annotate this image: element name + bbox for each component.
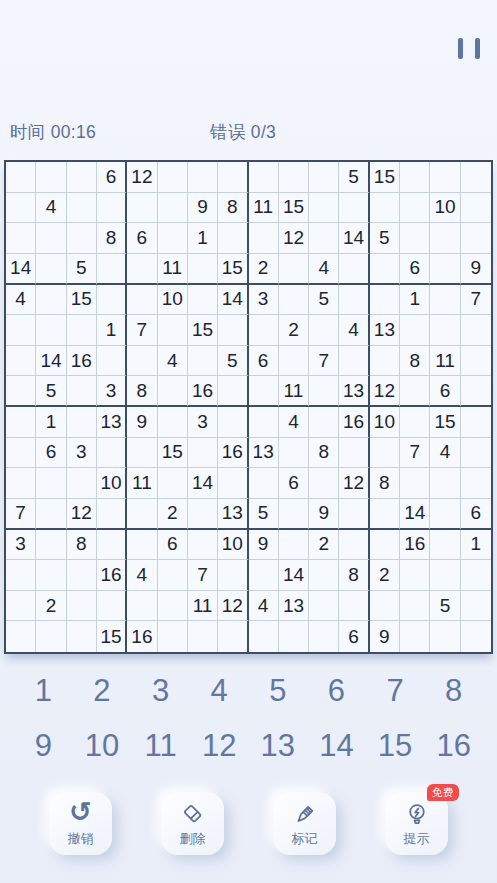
grid-cell[interactable] (36, 285, 66, 316)
grid-cell[interactable] (461, 591, 491, 622)
grid-cell[interactable] (67, 376, 97, 407)
grid-cell[interactable] (279, 438, 309, 469)
grid-cell[interactable]: 2 (279, 315, 309, 346)
grid-cell[interactable]: 10 (158, 285, 188, 316)
grid-cell[interactable]: 8 (97, 223, 127, 254)
grid-cell[interactable]: 4 (249, 591, 279, 622)
grid-cell[interactable] (400, 315, 430, 346)
grid-cell[interactable] (370, 346, 400, 377)
grid-cell[interactable]: 6 (461, 499, 491, 530)
grid-cell[interactable] (309, 376, 339, 407)
grid-cell[interactable] (400, 407, 430, 438)
grid-cell[interactable] (218, 468, 248, 499)
numpad-4[interactable]: 4 (190, 672, 249, 710)
grid-cell[interactable] (6, 376, 36, 407)
grid-cell[interactable] (279, 285, 309, 316)
grid-cell[interactable] (370, 193, 400, 224)
grid-cell[interactable]: 4 (36, 193, 66, 224)
grid-cell[interactable] (309, 223, 339, 254)
grid-cell[interactable] (158, 315, 188, 346)
grid-cell[interactable] (67, 560, 97, 591)
grid-cell[interactable] (158, 193, 188, 224)
grid-cell[interactable] (461, 407, 491, 438)
grid-cell[interactable]: 16 (127, 621, 157, 652)
grid-cell[interactable]: 8 (370, 468, 400, 499)
mark-label: 标记 (292, 830, 318, 848)
grid-cell[interactable] (309, 621, 339, 652)
grid-cell[interactable] (461, 162, 491, 193)
grid-cell[interactable] (6, 591, 36, 622)
grid-cell[interactable]: 7 (188, 560, 218, 591)
grid-cell[interactable] (36, 621, 66, 652)
grid-cell[interactable]: 3 (67, 438, 97, 469)
grid-cell[interactable] (309, 591, 339, 622)
grid-cell[interactable] (36, 560, 66, 591)
grid-cell[interactable] (97, 193, 127, 224)
grid-cell[interactable] (430, 223, 460, 254)
grid-cell[interactable]: 3 (188, 407, 218, 438)
grid-cell[interactable] (309, 315, 339, 346)
numpad-14[interactable]: 14 (307, 727, 366, 765)
grid-cell[interactable] (158, 162, 188, 193)
grid-cell[interactable] (188, 254, 218, 285)
time-label: 时间 (10, 122, 46, 142)
grid-cell[interactable] (461, 193, 491, 224)
grid-cell[interactable]: 15 (279, 193, 309, 224)
grid-cell[interactable] (279, 499, 309, 530)
sudoku-board: 6125154981115108611214514511152469415101… (6, 162, 491, 652)
grid-cell[interactable]: 5 (67, 254, 97, 285)
grid-cell[interactable]: 15 (97, 621, 127, 652)
grid-cell[interactable] (461, 315, 491, 346)
delete-label: 删除 (180, 830, 206, 848)
grid-cell[interactable]: 1 (36, 407, 66, 438)
grid-cell[interactable]: 2 (370, 560, 400, 591)
grid-cell[interactable] (370, 499, 400, 530)
grid-cell[interactable] (370, 591, 400, 622)
grid-cell[interactable]: 4 (309, 254, 339, 285)
grid-cell[interactable]: 10 (430, 193, 460, 224)
grid-cell[interactable] (127, 438, 157, 469)
grid-cell[interactable]: 6 (339, 621, 369, 652)
time-value: 00:16 (51, 122, 96, 142)
grid-cell[interactable] (249, 468, 279, 499)
grid-cell[interactable] (249, 315, 279, 346)
grid-cell[interactable] (67, 315, 97, 346)
grid-cell[interactable] (97, 438, 127, 469)
grid-cell[interactable] (370, 530, 400, 561)
grid-cell[interactable]: 12 (279, 223, 309, 254)
grid-cell[interactable]: 8 (67, 530, 97, 561)
grid-cell[interactable] (279, 254, 309, 285)
grid-cell[interactable]: 16 (97, 560, 127, 591)
grid-cell[interactable] (127, 285, 157, 316)
pause-icon (458, 38, 463, 59)
grid-cell[interactable]: 11 (430, 346, 460, 377)
grid-cell[interactable] (461, 346, 491, 377)
grid-cell[interactable]: 2 (309, 530, 339, 561)
delete-button[interactable]: 删除 (161, 792, 224, 855)
grid-cell[interactable] (430, 560, 460, 591)
grid-cell[interactable]: 16 (339, 407, 369, 438)
numpad-15[interactable]: 15 (366, 727, 425, 765)
grid-cell[interactable] (279, 530, 309, 561)
grid-cell[interactable]: 2 (249, 254, 279, 285)
grid-cell[interactable] (127, 346, 157, 377)
grid-cell[interactable]: 5 (430, 591, 460, 622)
grid-cell[interactable]: 11 (279, 376, 309, 407)
grid-cell[interactable]: 15 (370, 162, 400, 193)
grid-cell[interactable]: 7 (127, 315, 157, 346)
grid-cell[interactable]: 4 (158, 346, 188, 377)
grid-cell[interactable]: 14 (6, 254, 36, 285)
grid-cell[interactable] (309, 560, 339, 591)
pencil-icon (292, 799, 318, 829)
hint-button[interactable]: 免费 提示 (385, 792, 448, 855)
grid-cell[interactable] (400, 621, 430, 652)
grid-cell[interactable]: 16 (188, 376, 218, 407)
grid-cell[interactable] (309, 468, 339, 499)
grid-cell[interactable]: 15 (218, 254, 248, 285)
grid-cell[interactable] (339, 499, 369, 530)
grid-cell[interactable] (400, 162, 430, 193)
grid-cell[interactable] (158, 591, 188, 622)
grid-cell[interactable]: 8 (309, 438, 339, 469)
grid-cell[interactable]: 2 (36, 591, 66, 622)
grid-cell[interactable]: 11 (249, 193, 279, 224)
grid-cell[interactable]: 14 (188, 468, 218, 499)
grid-cell[interactable] (67, 621, 97, 652)
grid-cell[interactable]: 5 (309, 285, 339, 316)
grid-cell[interactable]: 6 (97, 162, 127, 193)
grid-cell[interactable]: 5 (218, 346, 248, 377)
grid-cell[interactable] (430, 285, 460, 316)
grid-cell[interactable] (188, 285, 218, 316)
grid-cell[interactable]: 3 (97, 376, 127, 407)
grid-cell[interactable]: 13 (249, 438, 279, 469)
grid-cell[interactable] (6, 223, 36, 254)
free-badge: 免费 (427, 784, 459, 801)
toolbar: ↺ 撤销 删除 标记 免费 (0, 792, 497, 855)
numpad-5[interactable]: 5 (249, 672, 308, 710)
grid-cell[interactable] (188, 438, 218, 469)
grid-cell[interactable] (249, 621, 279, 652)
numpad-6[interactable]: 6 (307, 672, 366, 710)
grid-cell[interactable] (370, 285, 400, 316)
grid-cell[interactable]: 9 (188, 193, 218, 224)
grid-cell[interactable]: 7 (309, 346, 339, 377)
grid-cell[interactable]: 11 (127, 468, 157, 499)
grid-cell[interactable] (218, 621, 248, 652)
grid-cell[interactable] (279, 621, 309, 652)
grid-cell[interactable]: 4 (339, 315, 369, 346)
grid-cell[interactable]: 12 (218, 591, 248, 622)
grid-cell[interactable] (339, 254, 369, 285)
grid-cell[interactable]: 13 (370, 315, 400, 346)
grid-cell[interactable]: 14 (279, 560, 309, 591)
grid-cell[interactable] (158, 468, 188, 499)
grid-cell[interactable] (36, 468, 66, 499)
grid-cell[interactable] (97, 285, 127, 316)
mistakes-label: 错误 (210, 122, 246, 142)
grid-cell[interactable] (6, 162, 36, 193)
grid-cell[interactable] (188, 621, 218, 652)
grid-cell[interactable]: 8 (127, 376, 157, 407)
numpad-16[interactable]: 16 (424, 727, 483, 765)
grid-cell[interactable] (158, 376, 188, 407)
grid-cell[interactable] (279, 346, 309, 377)
numpad-13[interactable]: 13 (249, 727, 308, 765)
mistakes-value: 0/3 (251, 122, 276, 142)
grid-cell[interactable] (279, 162, 309, 193)
grid-cell[interactable] (127, 591, 157, 622)
grid-cell[interactable]: 9 (370, 621, 400, 652)
grid-cell[interactable]: 15 (188, 315, 218, 346)
grid-cell[interactable] (309, 162, 339, 193)
grid-cell[interactable] (36, 315, 66, 346)
grid-cell[interactable]: 1 (461, 530, 491, 561)
sudoku-board-frame: 6125154981115108611214514511152469415101… (4, 160, 493, 654)
grid-cell[interactable]: 11 (158, 254, 188, 285)
grid-cell[interactable]: 6 (430, 376, 460, 407)
grid-cell[interactable]: 10 (218, 530, 248, 561)
mistakes-stat: 错误 0/3 (210, 120, 276, 144)
grid-cell[interactable] (430, 621, 460, 652)
grid-cell[interactable] (67, 407, 97, 438)
grid-cell[interactable]: 6 (279, 468, 309, 499)
grid-cell[interactable] (461, 223, 491, 254)
grid-cell[interactable] (218, 162, 248, 193)
grid-cell[interactable]: 10 (97, 468, 127, 499)
pause-button[interactable] (458, 38, 480, 59)
grid-cell[interactable] (339, 591, 369, 622)
grid-cell[interactable] (36, 530, 66, 561)
grid-cell[interactable]: 9 (309, 499, 339, 530)
grid-cell[interactable] (188, 346, 218, 377)
undo-icon: ↺ (69, 797, 92, 827)
grid-cell[interactable] (218, 407, 248, 438)
grid-cell[interactable] (430, 499, 460, 530)
grid-cell[interactable] (6, 468, 36, 499)
grid-cell[interactable]: 14 (339, 223, 369, 254)
grid-cell[interactable]: 12 (370, 376, 400, 407)
grid-cell[interactable] (188, 530, 218, 561)
grid-cell[interactable] (6, 193, 36, 224)
numpad-10[interactable]: 10 (73, 727, 132, 765)
grid-cell[interactable] (97, 499, 127, 530)
grid-cell[interactable]: 6 (36, 438, 66, 469)
grid-cell[interactable] (339, 438, 369, 469)
grid-cell[interactable] (6, 560, 36, 591)
grid-cell[interactable]: 14 (36, 346, 66, 377)
grid-cell[interactable] (36, 254, 66, 285)
grid-cell[interactable] (249, 376, 279, 407)
grid-cell[interactable] (97, 254, 127, 285)
grid-cell[interactable] (36, 162, 66, 193)
grid-cell[interactable]: 15 (430, 407, 460, 438)
grid-cell[interactable]: 4 (279, 407, 309, 438)
grid-cell[interactable]: 11 (188, 591, 218, 622)
eraser-icon (180, 799, 206, 829)
grid-cell[interactable] (461, 560, 491, 591)
grid-cell[interactable]: 4 (430, 438, 460, 469)
undo-button[interactable]: ↺ 撤销 (49, 792, 112, 855)
grid-cell[interactable]: 5 (370, 223, 400, 254)
grid-cell[interactable] (67, 223, 97, 254)
numpad-12[interactable]: 12 (190, 727, 249, 765)
numpad-row-2: 910111213141516 (14, 727, 483, 765)
mark-button[interactable]: 标记 (273, 792, 336, 855)
grid-cell[interactable] (430, 315, 460, 346)
grid-cell[interactable]: 4 (127, 560, 157, 591)
numpad-2[interactable]: 2 (73, 672, 132, 710)
grid-cell[interactable]: 13 (97, 407, 127, 438)
grid-cell[interactable] (6, 346, 36, 377)
grid-cell[interactable] (127, 254, 157, 285)
grid-cell[interactable] (430, 254, 460, 285)
grid-cell[interactable] (430, 468, 460, 499)
grid-cell[interactable]: 12 (127, 162, 157, 193)
grid-cell[interactable]: 16 (400, 530, 430, 561)
stats-bar: 时间 00:16 错误 0/3 (0, 120, 497, 144)
grid-cell[interactable] (6, 438, 36, 469)
grid-cell[interactable] (97, 591, 127, 622)
grid-cell[interactable]: 13 (279, 591, 309, 622)
grid-cell[interactable]: 6 (158, 530, 188, 561)
undo-label: 撤销 (68, 830, 94, 848)
grid-cell[interactable]: 4 (6, 285, 36, 316)
grid-cell[interactable] (339, 193, 369, 224)
grid-cell[interactable] (67, 162, 97, 193)
numpad-1[interactable]: 1 (14, 672, 73, 710)
grid-cell[interactable]: 7 (461, 285, 491, 316)
grid-cell[interactable]: 16 (67, 346, 97, 377)
grid-cell[interactable]: 8 (218, 193, 248, 224)
grid-cell[interactable] (461, 621, 491, 652)
grid-cell[interactable] (400, 223, 430, 254)
grid-cell[interactable] (36, 499, 66, 530)
grid-cell[interactable]: 8 (339, 560, 369, 591)
grid-cell[interactable] (461, 438, 491, 469)
grid-cell[interactable] (6, 621, 36, 652)
grid-cell[interactable] (249, 162, 279, 193)
hint-label: 提示 (404, 830, 430, 848)
grid-cell[interactable]: 2 (158, 499, 188, 530)
grid-cell[interactable] (249, 560, 279, 591)
grid-cell[interactable]: 6 (249, 346, 279, 377)
grid-cell[interactable] (218, 376, 248, 407)
grid-cell[interactable]: 5 (249, 499, 279, 530)
grid-cell[interactable] (400, 193, 430, 224)
grid-cell[interactable] (127, 499, 157, 530)
grid-cell[interactable]: 10 (370, 407, 400, 438)
grid-cell[interactable] (339, 346, 369, 377)
grid-cell[interactable] (6, 407, 36, 438)
grid-cell[interactable] (339, 530, 369, 561)
grid-cell[interactable]: 9 (249, 530, 279, 561)
grid-cell[interactable] (158, 560, 188, 591)
grid-cell[interactable] (188, 162, 218, 193)
grid-cell[interactable] (370, 438, 400, 469)
grid-cell[interactable] (218, 223, 248, 254)
grid-cell[interactable] (158, 621, 188, 652)
grid-cell[interactable]: 6 (127, 223, 157, 254)
pause-icon (475, 38, 480, 59)
grid-cell[interactable] (309, 407, 339, 438)
bulb-icon (404, 799, 430, 829)
grid-cell[interactable] (339, 285, 369, 316)
grid-cell[interactable]: 1 (188, 223, 218, 254)
grid-cell[interactable] (430, 162, 460, 193)
grid-cell[interactable]: 5 (36, 376, 66, 407)
grid-cell[interactable]: 14 (218, 285, 248, 316)
grid-cell[interactable] (36, 223, 66, 254)
numpad-3[interactable]: 3 (131, 672, 190, 710)
grid-cell[interactable]: 1 (97, 315, 127, 346)
grid-cell[interactable]: 16 (218, 438, 248, 469)
grid-cell[interactable] (400, 560, 430, 591)
grid-cell[interactable] (127, 530, 157, 561)
grid-cell[interactable]: 13 (339, 376, 369, 407)
grid-cell[interactable] (461, 468, 491, 499)
grid-cell[interactable]: 1 (400, 285, 430, 316)
time-stat: 时间 00:16 (10, 120, 96, 144)
grid-cell[interactable]: 14 (400, 499, 430, 530)
grid-cell[interactable]: 5 (339, 162, 369, 193)
grid-cell[interactable] (400, 591, 430, 622)
grid-cell[interactable]: 8 (400, 346, 430, 377)
grid-cell[interactable]: 9 (461, 254, 491, 285)
grid-cell[interactable] (158, 223, 188, 254)
grid-cell[interactable] (67, 591, 97, 622)
grid-cell[interactable]: 3 (249, 285, 279, 316)
grid-cell[interactable] (67, 468, 97, 499)
grid-cell[interactable]: 7 (6, 499, 36, 530)
grid-cell[interactable] (6, 315, 36, 346)
grid-cell[interactable] (400, 376, 430, 407)
grid-cell[interactable] (188, 499, 218, 530)
grid-cell[interactable] (309, 193, 339, 224)
numpad-8[interactable]: 8 (424, 672, 483, 710)
grid-cell[interactable] (218, 315, 248, 346)
grid-cell[interactable] (249, 407, 279, 438)
numpad-7[interactable]: 7 (366, 672, 425, 710)
numpad-row-1: 12345678 (14, 672, 483, 710)
grid-cell[interactable] (67, 193, 97, 224)
grid-cell[interactable]: 3 (6, 530, 36, 561)
grid-cell[interactable] (430, 530, 460, 561)
grid-cell[interactable]: 6 (400, 254, 430, 285)
grid-cell[interactable]: 13 (218, 499, 248, 530)
grid-cell[interactable]: 9 (127, 407, 157, 438)
numpad-11[interactable]: 11 (131, 727, 190, 765)
grid-cell[interactable] (461, 376, 491, 407)
grid-cell[interactable] (370, 254, 400, 285)
grid-cell[interactable] (218, 560, 248, 591)
grid-cell[interactable] (158, 407, 188, 438)
grid-cell[interactable] (97, 346, 127, 377)
grid-cell[interactable] (249, 223, 279, 254)
grid-cell[interactable] (400, 468, 430, 499)
grid-cell[interactable]: 15 (67, 285, 97, 316)
grid-cell[interactable]: 12 (339, 468, 369, 499)
grid-cell[interactable] (97, 530, 127, 561)
numpad-9[interactable]: 9 (14, 727, 73, 765)
grid-cell[interactable]: 7 (400, 438, 430, 469)
grid-cell[interactable]: 12 (67, 499, 97, 530)
grid-cell[interactable] (127, 193, 157, 224)
grid-cell[interactable]: 15 (158, 438, 188, 469)
